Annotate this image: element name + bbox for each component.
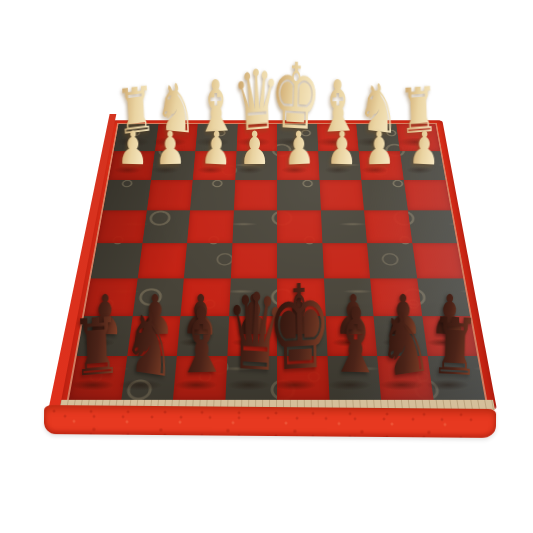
board-square[interactable]	[137, 243, 187, 278]
board-square[interactable]	[187, 211, 233, 244]
board-square[interactable]	[403, 180, 451, 211]
piece-white-pawn[interactable]: ♟︎	[379, 123, 469, 171]
board-front-face	[44, 405, 496, 438]
chess-photo-canvas: ♜︎♞︎♝︎♛︎♚︎♝︎♞︎♜︎♟︎♟︎♟︎♟︎♟︎♟︎♟︎♟︎♟︎♟︎♟︎♟︎…	[0, 0, 533, 533]
board-square[interactable]	[277, 180, 321, 211]
board-square[interactable]	[190, 180, 235, 211]
board-square[interactable]	[91, 243, 142, 278]
board-square[interactable]	[408, 211, 457, 244]
board-square[interactable]	[412, 243, 463, 278]
board-square[interactable]	[232, 211, 277, 244]
board-square[interactable]	[277, 211, 322, 244]
board-square[interactable]	[361, 180, 407, 211]
board-square[interactable]	[367, 243, 417, 278]
board-square[interactable]	[97, 211, 146, 244]
board-square[interactable]	[103, 180, 151, 211]
board-square[interactable]	[233, 180, 277, 211]
pawn-glyph: ♟︎	[408, 124, 441, 171]
board-square[interactable]	[364, 211, 412, 244]
board-square[interactable]	[319, 180, 364, 211]
rook-glyph: ♜︎	[430, 307, 481, 387]
board-square[interactable]	[321, 211, 367, 244]
piece-black-rook[interactable]: ♜︎	[409, 306, 499, 386]
board-square[interactable]	[142, 211, 190, 244]
board-square[interactable]	[146, 180, 192, 211]
board-square[interactable]	[184, 243, 232, 278]
